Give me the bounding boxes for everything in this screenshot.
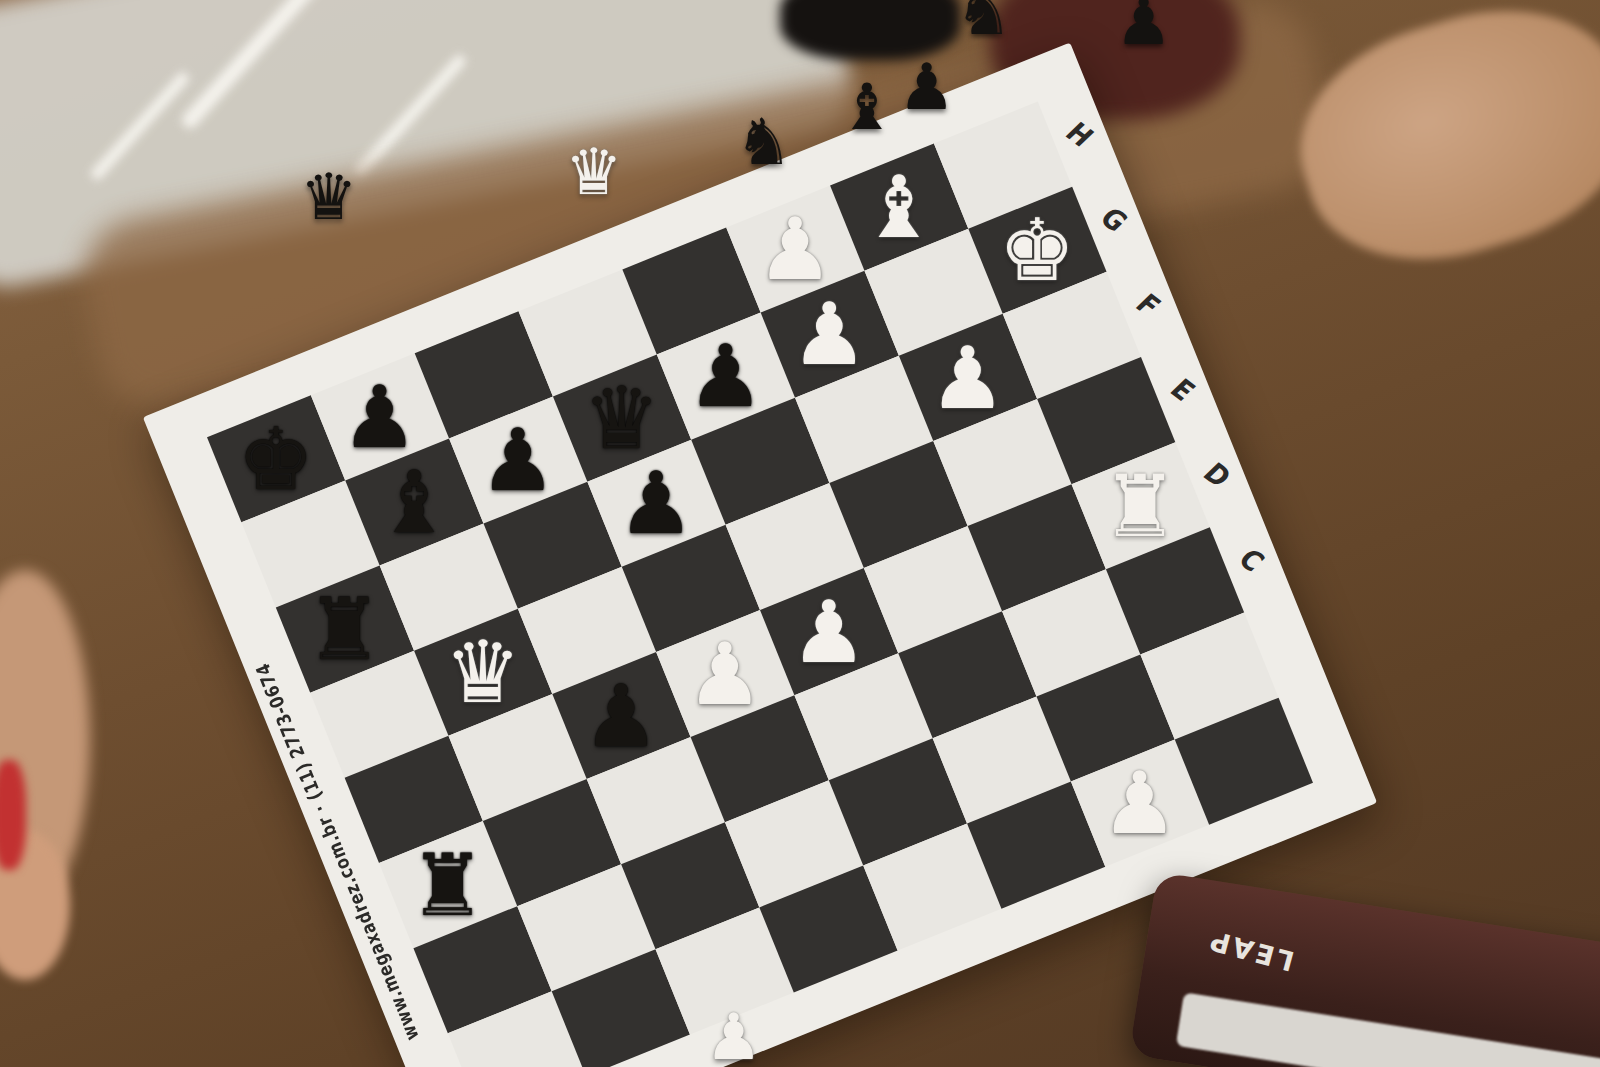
white-piece-glyph: ♟: [791, 589, 868, 675]
black-piece-glyph: ♟: [341, 374, 418, 460]
captured-black-knight[interactable]: ♞: [735, 110, 792, 174]
white-piece-glyph: ♟: [1101, 760, 1178, 846]
clock-brand-label: LEAP: [1204, 924, 1297, 977]
player-hand: [0, 570, 90, 910]
white-piece-glyph: ♛: [445, 629, 522, 715]
white-piece-glyph: ♟: [757, 206, 834, 292]
black-piece-glyph: ♟: [480, 417, 557, 503]
white-piece-glyph: ♝: [861, 164, 938, 250]
black-piece-glyph: ♜: [410, 842, 487, 928]
captured-black-queen[interactable]: ♛: [300, 165, 357, 229]
black-piece-glyph: ♛: [583, 375, 660, 461]
red-bracelet: [0, 760, 26, 870]
spare-white-queen[interactable]: ♛: [565, 140, 622, 204]
player-arm: [1274, 0, 1600, 293]
light-streak: [179, 0, 331, 131]
light-streak: [89, 70, 192, 182]
black-piece-glyph: ♚: [238, 416, 315, 502]
black-piece-glyph: ♟: [618, 460, 695, 546]
captured-black-bishop[interactable]: ♝: [838, 75, 895, 139]
captured-white-pawn[interactable]: ♟: [705, 1005, 762, 1067]
chess-clock[interactable]: LEAP: [1129, 872, 1600, 1067]
captured-black-pawn[interactable]: ♟: [898, 55, 955, 119]
light-streak: [352, 53, 468, 180]
white-piece-glyph: ♚: [999, 207, 1076, 293]
player-finger: [0, 830, 70, 980]
black-piece-glyph: ♜: [306, 586, 383, 672]
white-piece-glyph: ♟: [791, 291, 868, 377]
photo-stage: ♚♟♟♝♝♟♛♟♟♚♜♟♟♛♟♟♟♜♜♟ www.megaxadrez.com.…: [0, 0, 1600, 1067]
white-piece-glyph: ♜: [1102, 463, 1179, 549]
white-piece-glyph: ♟: [929, 334, 1006, 420]
captured-black-knight-2[interactable]: ♞: [955, 0, 1012, 44]
black-piece-glyph: ♟: [583, 672, 660, 758]
captured-black-pawn-2[interactable]: ♟: [1115, 0, 1172, 54]
white-piece-glyph: ♟: [687, 631, 764, 717]
black-piece-glyph: ♝: [376, 459, 453, 545]
black-piece-glyph: ♟: [687, 333, 764, 419]
clock-display-face: [1176, 992, 1600, 1067]
